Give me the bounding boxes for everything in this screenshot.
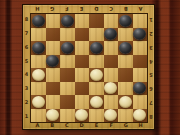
square-d2[interactable] (75, 95, 90, 109)
square-e1[interactable] (89, 109, 104, 123)
square-h7[interactable] (133, 28, 148, 42)
checkers-game-screen: ABCDEFGH ABCDEFGH 87654321 87654321 (0, 0, 180, 135)
rank-labels-left: 87654321 (23, 13, 30, 123)
square-a1[interactable] (31, 109, 46, 123)
rank-label-5: 5 (148, 68, 154, 82)
square-c7[interactable] (60, 28, 75, 42)
square-e8[interactable] (89, 14, 104, 28)
square-g7[interactable] (118, 28, 133, 42)
light-checker-d1[interactable] (75, 109, 88, 121)
square-e2[interactable] (89, 95, 104, 109)
rank-label-4: 4 (148, 54, 154, 68)
square-a8[interactable] (31, 14, 46, 28)
board-grid (30, 13, 148, 123)
rank-label-1: 1 (148, 13, 154, 27)
square-c6[interactable] (60, 41, 75, 55)
rank-label-5: 5 (23, 54, 30, 68)
square-c4[interactable] (60, 68, 75, 82)
dark-checker-h3[interactable] (133, 82, 146, 94)
square-g1[interactable] (118, 109, 133, 123)
dark-checker-a8[interactable] (32, 15, 45, 27)
square-d7[interactable] (75, 28, 90, 42)
square-g4[interactable] (118, 68, 133, 82)
square-f7[interactable] (104, 28, 119, 42)
square-f1[interactable] (104, 109, 119, 123)
square-e6[interactable] (89, 41, 104, 55)
square-e4[interactable] (89, 68, 104, 82)
file-label-c: C (104, 5, 119, 13)
checkers-board: ABCDEFGH ABCDEFGH 87654321 87654321 (22, 4, 155, 130)
rank-label-2: 2 (148, 27, 154, 41)
file-labels-bottom: ABCDEFGH (30, 122, 148, 129)
file-label-f: F (104, 122, 119, 129)
dark-checker-a6[interactable] (32, 42, 45, 54)
square-h4[interactable] (133, 68, 148, 82)
light-checker-f1[interactable] (104, 109, 117, 121)
rank-label-6: 6 (148, 82, 154, 96)
square-b4[interactable] (46, 68, 61, 82)
square-c5[interactable] (60, 55, 75, 69)
square-d3[interactable] (75, 82, 90, 96)
square-b3[interactable] (46, 82, 61, 96)
square-f8[interactable] (104, 14, 119, 28)
square-c8[interactable] (60, 14, 75, 28)
square-f6[interactable] (104, 41, 119, 55)
dark-checker-c8[interactable] (61, 15, 74, 27)
square-b8[interactable] (46, 14, 61, 28)
square-g3[interactable] (118, 82, 133, 96)
square-c2[interactable] (60, 95, 75, 109)
square-g2[interactable] (118, 95, 133, 109)
file-label-e: E (74, 5, 89, 13)
square-d4[interactable] (75, 68, 90, 82)
rank-label-3: 3 (23, 82, 30, 96)
square-b7[interactable] (46, 28, 61, 42)
square-a2[interactable] (31, 95, 46, 109)
light-checker-b1[interactable] (46, 109, 59, 121)
square-h6[interactable] (133, 41, 148, 55)
square-a5[interactable] (31, 55, 46, 69)
rank-label-2: 2 (23, 96, 30, 110)
square-d6[interactable] (75, 41, 90, 55)
file-label-h: H (30, 5, 45, 13)
rank-label-7: 7 (23, 27, 30, 41)
square-b5[interactable] (46, 55, 61, 69)
square-b6[interactable] (46, 41, 61, 55)
rank-label-6: 6 (23, 41, 30, 55)
rank-label-1: 1 (23, 109, 30, 123)
square-d1[interactable] (75, 109, 90, 123)
square-g5[interactable] (118, 55, 133, 69)
square-h2[interactable] (133, 95, 148, 109)
rank-label-3: 3 (148, 41, 154, 55)
rank-label-7: 7 (148, 96, 154, 110)
light-checker-a4[interactable] (32, 69, 45, 81)
square-e3[interactable] (89, 82, 104, 96)
rank-label-8: 8 (148, 109, 154, 123)
file-label-b: B (119, 5, 134, 13)
light-checker-f3[interactable] (104, 82, 117, 94)
dark-checker-f7[interactable] (104, 28, 117, 40)
dark-checker-g6[interactable] (119, 42, 132, 54)
square-h5[interactable] (133, 55, 148, 69)
square-f3[interactable] (104, 82, 119, 96)
square-b2[interactable] (46, 95, 61, 109)
square-g8[interactable] (118, 14, 133, 28)
square-g6[interactable] (118, 41, 133, 55)
file-label-b: B (45, 122, 60, 129)
file-label-c: C (60, 122, 75, 129)
light-checker-a2[interactable] (32, 96, 45, 108)
square-d8[interactable] (75, 14, 90, 28)
square-f5[interactable] (104, 55, 119, 69)
rank-label-4: 4 (23, 68, 30, 82)
square-b1[interactable] (46, 109, 61, 123)
file-label-d: D (74, 122, 89, 129)
file-labels-top: ABCDEFGH (30, 5, 148, 13)
dark-checker-e6[interactable] (90, 42, 103, 54)
light-checker-h1[interactable] (133, 109, 146, 121)
square-h8[interactable] (133, 14, 148, 28)
rank-label-8: 8 (23, 13, 30, 27)
square-e7[interactable] (89, 28, 104, 42)
square-c1[interactable] (60, 109, 75, 123)
square-h3[interactable] (133, 82, 148, 96)
square-a6[interactable] (31, 41, 46, 55)
rank-labels-right: 87654321 (148, 13, 154, 123)
file-label-a: A (30, 122, 45, 129)
dark-checker-b5[interactable] (46, 55, 59, 67)
square-f4[interactable] (104, 68, 119, 82)
square-c3[interactable] (60, 82, 75, 96)
file-label-d: D (89, 5, 104, 13)
light-checker-g2[interactable] (119, 96, 132, 108)
file-label-f: F (60, 5, 75, 13)
square-f2[interactable] (104, 95, 119, 109)
file-label-a: A (133, 5, 148, 13)
square-a7[interactable] (31, 28, 46, 42)
dark-checker-g8[interactable] (119, 15, 132, 27)
dark-checker-h7[interactable] (133, 28, 146, 40)
file-label-e: E (89, 122, 104, 129)
square-a3[interactable] (31, 82, 46, 96)
file-label-h: H (133, 122, 148, 129)
square-a4[interactable] (31, 68, 46, 82)
light-checker-e2[interactable] (90, 96, 103, 108)
square-d5[interactable] (75, 55, 90, 69)
file-label-g: G (45, 5, 60, 13)
file-label-g: G (119, 122, 134, 129)
square-e5[interactable] (89, 55, 104, 69)
light-checker-e4[interactable] (90, 69, 103, 81)
square-h1[interactable] (133, 109, 148, 123)
dark-checker-c6[interactable] (61, 42, 74, 54)
